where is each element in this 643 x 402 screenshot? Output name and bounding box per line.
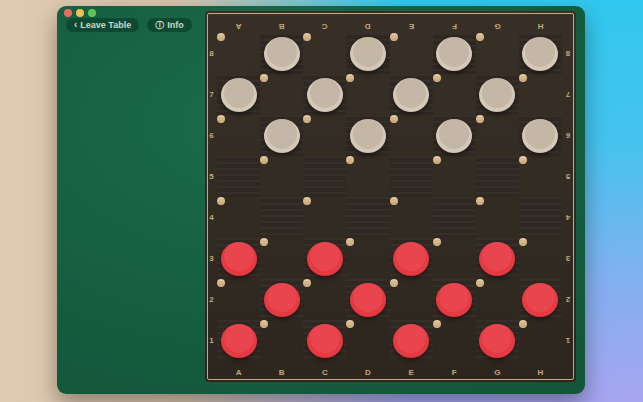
square-e2[interactable] — [390, 279, 398, 287]
checker-red-piece[interactable] — [393, 324, 429, 358]
square-d1[interactable] — [346, 320, 354, 328]
rank-label-7: 7 — [562, 74, 574, 115]
file-label-b: B — [260, 368, 303, 377]
checker-white-piece[interactable] — [350, 37, 386, 71]
rank-label-4: 4 — [206, 197, 217, 238]
square-g6[interactable] — [476, 115, 484, 123]
checker-white-piece[interactable] — [393, 78, 429, 112]
leave-table-label: Leave Table — [80, 18, 131, 32]
rank-label-6: 6 — [206, 115, 217, 156]
square-h5[interactable] — [519, 156, 527, 164]
file-label-h: H — [519, 368, 562, 377]
square-h8[interactable] — [519, 33, 562, 74]
minimize-button[interactable] — [76, 9, 84, 17]
leave-table-button[interactable]: ‹ Leave Table — [66, 18, 139, 32]
checker-white-piece[interactable] — [264, 119, 300, 153]
file-label-f: F — [433, 22, 476, 31]
file-label-f: F — [433, 368, 476, 377]
square-g5[interactable] — [476, 156, 519, 197]
square-h7[interactable] — [519, 74, 527, 82]
square-e4[interactable] — [390, 197, 398, 205]
back-chevron-icon: ‹ — [74, 18, 77, 32]
square-g4[interactable] — [476, 197, 484, 205]
info-icon: ⓘ — [155, 18, 164, 32]
zoom-button[interactable] — [88, 9, 96, 17]
board-grid — [217, 33, 562, 361]
square-b3[interactable] — [260, 238, 268, 246]
file-label-g: G — [476, 22, 519, 31]
rank-label-2: 2 — [562, 279, 574, 320]
square-f4[interactable] — [433, 197, 476, 238]
checker-white-piece[interactable] — [479, 78, 515, 112]
checker-white-piece[interactable] — [436, 119, 472, 153]
rank-label-8: 8 — [206, 33, 217, 74]
rank-label-1: 1 — [206, 320, 217, 361]
square-f2[interactable] — [433, 279, 476, 320]
square-a8[interactable] — [217, 33, 225, 41]
square-c1[interactable] — [303, 320, 346, 361]
checker-red-piece[interactable] — [221, 324, 257, 358]
file-label-a: A — [217, 368, 260, 377]
square-d3[interactable] — [346, 238, 354, 246]
square-b8[interactable] — [260, 33, 303, 74]
square-c2[interactable] — [303, 279, 311, 287]
square-a2[interactable] — [217, 279, 225, 287]
checker-red-piece[interactable] — [307, 324, 343, 358]
file-labels-bottom: ABCDEFGH — [217, 368, 562, 377]
rank-label-1: 1 — [562, 320, 574, 361]
square-h6[interactable] — [519, 115, 562, 156]
rank-label-4: 4 — [562, 197, 574, 238]
checker-red-piece[interactable] — [264, 283, 300, 317]
traffic-lights — [64, 9, 96, 17]
game-window: ‹ Leave Table ⓘ Info ABCDEFGH ABCDEFGH 8… — [57, 6, 585, 394]
square-e6[interactable] — [390, 115, 398, 123]
rank-label-6: 6 — [562, 115, 574, 156]
square-f5[interactable] — [433, 156, 441, 164]
info-button[interactable]: ⓘ Info — [147, 18, 192, 32]
info-label: Info — [167, 18, 184, 32]
checkers-board: ABCDEFGH ABCDEFGH 87654321 87654321 — [205, 11, 576, 382]
square-g1[interactable] — [476, 320, 519, 361]
file-label-d: D — [346, 368, 389, 377]
square-c8[interactable] — [303, 33, 311, 41]
square-f6[interactable] — [433, 115, 476, 156]
file-label-h: H — [519, 22, 562, 31]
square-b6[interactable] — [260, 115, 303, 156]
checker-red-piece[interactable] — [436, 283, 472, 317]
square-d2[interactable] — [346, 279, 389, 320]
square-e5[interactable] — [390, 156, 433, 197]
file-label-e: E — [390, 22, 433, 31]
square-e8[interactable] — [390, 33, 398, 41]
square-c4[interactable] — [303, 197, 311, 205]
checker-red-piece[interactable] — [479, 242, 515, 276]
square-d5[interactable] — [346, 156, 354, 164]
square-h3[interactable] — [519, 238, 527, 246]
checker-red-piece[interactable] — [393, 242, 429, 276]
checker-white-piece[interactable] — [522, 37, 558, 71]
square-b5[interactable] — [260, 156, 268, 164]
square-c7[interactable] — [303, 74, 346, 115]
rank-labels-left: 87654321 — [206, 33, 217, 361]
rank-labels-right: 87654321 — [562, 33, 574, 361]
square-e1[interactable] — [390, 320, 433, 361]
checker-red-piece[interactable] — [221, 242, 257, 276]
square-a5[interactable] — [217, 156, 260, 197]
square-d4[interactable] — [346, 197, 389, 238]
square-a4[interactable] — [217, 197, 225, 205]
rank-label-7: 7 — [206, 74, 217, 115]
checker-white-piece[interactable] — [522, 119, 558, 153]
file-labels-top: ABCDEFGH — [217, 22, 562, 31]
checker-white-piece[interactable] — [436, 37, 472, 71]
rank-label-2: 2 — [206, 279, 217, 320]
square-f7[interactable] — [433, 74, 441, 82]
square-h4[interactable] — [519, 197, 562, 238]
square-h1[interactable] — [519, 320, 527, 328]
square-d8[interactable] — [346, 33, 389, 74]
square-e3[interactable] — [390, 238, 433, 279]
square-d6[interactable] — [346, 115, 389, 156]
file-label-d: D — [346, 22, 389, 31]
close-button[interactable] — [64, 9, 72, 17]
square-a6[interactable] — [217, 115, 225, 123]
rank-label-8: 8 — [562, 33, 574, 74]
square-f3[interactable] — [433, 238, 441, 246]
checker-white-piece[interactable] — [350, 119, 386, 153]
square-f1[interactable] — [433, 320, 441, 328]
checker-red-piece[interactable] — [479, 324, 515, 358]
rank-label-3: 3 — [562, 238, 574, 279]
checker-red-piece[interactable] — [350, 283, 386, 317]
checker-red-piece[interactable] — [522, 283, 558, 317]
file-label-c: C — [303, 368, 346, 377]
square-b2[interactable] — [260, 279, 303, 320]
checker-white-piece[interactable] — [221, 78, 257, 112]
toolbar: ‹ Leave Table ⓘ Info — [66, 18, 192, 32]
square-e7[interactable] — [390, 74, 433, 115]
square-g8[interactable] — [476, 33, 484, 41]
square-g2[interactable] — [476, 279, 484, 287]
square-a7[interactable] — [217, 74, 260, 115]
square-h2[interactable] — [519, 279, 562, 320]
rank-label-5: 5 — [562, 156, 574, 197]
square-b7[interactable] — [260, 74, 268, 82]
square-f8[interactable] — [433, 33, 476, 74]
file-label-g: G — [476, 368, 519, 377]
file-label-b: B — [260, 22, 303, 31]
rank-label-3: 3 — [206, 238, 217, 279]
square-c6[interactable] — [303, 115, 311, 123]
checker-white-piece[interactable] — [307, 78, 343, 112]
rank-label-5: 5 — [206, 156, 217, 197]
checker-white-piece[interactable] — [264, 37, 300, 71]
file-label-c: C — [303, 22, 346, 31]
square-c5[interactable] — [303, 156, 346, 197]
file-label-e: E — [390, 368, 433, 377]
square-b1[interactable] — [260, 320, 268, 328]
square-a3[interactable] — [217, 238, 260, 279]
square-a1[interactable] — [217, 320, 260, 361]
file-label-a: A — [217, 22, 260, 31]
square-c3[interactable] — [303, 238, 346, 279]
square-g7[interactable] — [476, 74, 519, 115]
square-b4[interactable] — [260, 197, 303, 238]
square-g3[interactable] — [476, 238, 519, 279]
square-d7[interactable] — [346, 74, 354, 82]
checker-red-piece[interactable] — [307, 242, 343, 276]
